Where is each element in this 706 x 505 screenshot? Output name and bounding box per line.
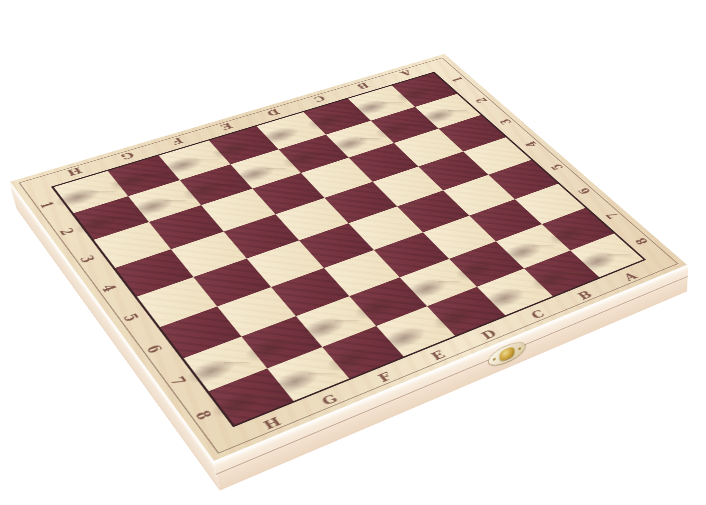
square-H4 <box>115 249 193 296</box>
rank-label-right-3: 3 <box>498 118 514 126</box>
rank-label-right-2: 2 <box>474 96 490 103</box>
file-label-front-F: F <box>376 371 394 384</box>
piece-glyph-wR: ♜ <box>207 310 293 406</box>
piece-glyph-bP: ♟ <box>81 158 141 225</box>
square-F4 <box>224 214 299 258</box>
camera-tilt: 1122334455667788HHGGFFEEDDCCBBAA ♜♞♝♚♛♝♞… <box>0 0 706 505</box>
file-label-front-E: E <box>429 349 447 362</box>
rank-label-left-6: 6 <box>144 343 164 355</box>
chess-box: 1122334455667788HHGGFFEEDDCCBBAA ♜♞♝♚♛♝♞… <box>9 53 688 462</box>
file-label-front-B: B <box>576 289 594 301</box>
rank-label-left-4: 4 <box>99 283 118 294</box>
file-label-front-A: A <box>622 271 639 282</box>
rank-label-left-5: 5 <box>121 312 141 323</box>
square-G4 <box>170 231 246 277</box>
scene: 1122334455667788HHGGFFEEDDCCBBAA ♜♞♝♚♛♝♞… <box>79 0 618 493</box>
photo-stage: 1122334455667788HHGGFFEEDDCCBBAA ♜♞♝♚♛♝♞… <box>0 0 706 505</box>
file-label-front-D: D <box>479 328 498 341</box>
file-label-front-G: G <box>320 393 340 407</box>
file-label-front-H: H <box>261 416 283 431</box>
rank-label-left-3: 3 <box>78 254 97 264</box>
